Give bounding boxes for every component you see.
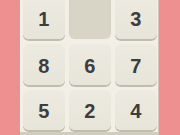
tile-3-label: 3 xyxy=(130,9,141,29)
tile-4[interactable]: 4 xyxy=(115,90,158,130)
tile-6[interactable]: 6 xyxy=(69,44,112,85)
tile-8[interactable]: 8 xyxy=(23,44,66,85)
puzzle-grid: 1 3 8 6 7 5 2 4 xyxy=(20,0,158,130)
tile-1-label: 1 xyxy=(38,9,49,29)
tile-2[interactable]: 2 xyxy=(69,90,112,130)
tile-2-label: 2 xyxy=(84,101,95,121)
tile-7[interactable]: 7 xyxy=(115,44,158,85)
tile-4-label: 4 xyxy=(130,101,141,121)
tile-7-label: 7 xyxy=(130,56,141,76)
empty-slot xyxy=(69,0,112,39)
puzzle-board: 1 3 8 6 7 5 2 4 xyxy=(20,0,159,135)
tile-1[interactable]: 1 xyxy=(23,0,66,39)
tile-3[interactable]: 3 xyxy=(115,0,158,39)
tile-8-label: 8 xyxy=(38,56,49,76)
board-bottom-edge xyxy=(20,132,158,135)
tile-6-label: 6 xyxy=(84,56,95,76)
tile-5-label: 5 xyxy=(38,101,49,121)
tile-5[interactable]: 5 xyxy=(23,90,66,130)
